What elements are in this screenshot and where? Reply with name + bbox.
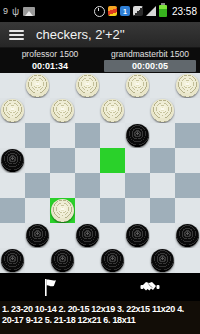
- black-piece[interactable]: [126, 124, 149, 147]
- board-cell[interactable]: [0, 123, 25, 148]
- board-cell[interactable]: [0, 173, 25, 198]
- board-cell[interactable]: [25, 223, 50, 248]
- white-piece[interactable]: [1, 99, 24, 122]
- status-bar: 9 ψ 1 23:58: [0, 0, 200, 22]
- board-cell[interactable]: [50, 223, 75, 248]
- title-bar: checkers, 2'+2'': [0, 22, 200, 48]
- black-piece[interactable]: [176, 224, 199, 247]
- board-cell[interactable]: [100, 73, 125, 98]
- board-cell[interactable]: [75, 198, 100, 223]
- board-cell[interactable]: [75, 98, 100, 123]
- white-piece[interactable]: [26, 74, 49, 97]
- status-left-icons: 9 ψ: [3, 6, 90, 17]
- board-cell[interactable]: [75, 148, 100, 173]
- board-cell[interactable]: [175, 148, 200, 173]
- board-cell[interactable]: [50, 98, 75, 123]
- players-bar: professor 1500 00:01:34 grandmasterbit 1…: [0, 48, 200, 73]
- board-cell[interactable]: [25, 98, 50, 123]
- player-left: professor 1500 00:01:34: [0, 48, 100, 73]
- board-cell[interactable]: [125, 98, 150, 123]
- board-cell[interactable]: [50, 248, 75, 273]
- board-cell[interactable]: [175, 73, 200, 98]
- white-piece[interactable]: [101, 99, 124, 122]
- move-list: 1. 23-20 10-14 2. 20-15 12x19 3. 22x15 1…: [0, 301, 200, 334]
- board-cell[interactable]: [25, 248, 50, 273]
- resign-flag-button[interactable]: [0, 273, 100, 301]
- hamburger-menu-icon[interactable]: [0, 22, 30, 47]
- board-cell[interactable]: [25, 198, 50, 223]
- flag-icon: [41, 277, 59, 297]
- board-cell[interactable]: [75, 223, 100, 248]
- bottom-toolbar: [0, 273, 200, 301]
- board-cell[interactable]: [25, 73, 50, 98]
- notification-icon: [108, 6, 117, 16]
- alarm-icon: [94, 6, 105, 17]
- black-piece[interactable]: [76, 224, 99, 247]
- checkers-board: [0, 73, 200, 273]
- usb-icon: ψ: [12, 6, 19, 17]
- signal-icon: [146, 6, 156, 16]
- board-cell[interactable]: [100, 223, 125, 248]
- board-cell[interactable]: [125, 173, 150, 198]
- board-cell[interactable]: [50, 123, 75, 148]
- screenshot-icon: [133, 6, 143, 16]
- board-cell[interactable]: [25, 148, 50, 173]
- battery-icon: [159, 5, 167, 17]
- white-piece[interactable]: [51, 99, 74, 122]
- player-left-name: professor 1500: [22, 49, 79, 60]
- board-cell[interactable]: [75, 173, 100, 198]
- board-cell[interactable]: [125, 148, 150, 173]
- move-line-1: 1. 23-20 10-14 2. 20-15 12x19 3. 22x15 1…: [2, 304, 198, 315]
- player-right-name: grandmasterbit 1500: [111, 49, 189, 60]
- board-cell[interactable]: [0, 98, 25, 123]
- photo-icon: [23, 7, 35, 16]
- download-badge-icon: 1: [120, 6, 130, 16]
- board-cell[interactable]: [100, 173, 125, 198]
- board-cell[interactable]: [175, 173, 200, 198]
- player-left-timer: 00:01:34: [4, 60, 96, 72]
- board-cell[interactable]: [50, 173, 75, 198]
- board-cell[interactable]: [25, 123, 50, 148]
- board-cell[interactable]: [25, 173, 50, 198]
- board-cell[interactable]: [150, 173, 175, 198]
- black-piece[interactable]: [101, 249, 124, 272]
- board-cell[interactable]: [100, 148, 125, 173]
- player-right: grandmasterbit 1500 00:00:05: [100, 48, 200, 73]
- clock-text: 23:58: [172, 6, 197, 17]
- black-piece[interactable]: [26, 224, 49, 247]
- board-cell[interactable]: [100, 248, 125, 273]
- board-cell[interactable]: [125, 223, 150, 248]
- offer-draw-button[interactable]: [100, 273, 200, 301]
- board-cell[interactable]: [175, 123, 200, 148]
- status-right-icons: 1 23:58: [94, 5, 197, 17]
- player-right-timer: 00:00:05: [104, 60, 196, 72]
- board-cell[interactable]: [125, 248, 150, 273]
- board-cell[interactable]: [75, 123, 100, 148]
- board-cell[interactable]: [150, 198, 175, 223]
- board-cell[interactable]: [150, 123, 175, 148]
- board-cell[interactable]: [75, 248, 100, 273]
- board-cell[interactable]: [150, 248, 175, 273]
- white-piece[interactable]: [151, 99, 174, 122]
- board-cell[interactable]: [175, 198, 200, 223]
- board-cell[interactable]: [0, 198, 25, 223]
- board-cell[interactable]: [125, 198, 150, 223]
- board-cell[interactable]: [175, 248, 200, 273]
- white-piece[interactable]: [51, 199, 74, 222]
- board-cell[interactable]: [0, 248, 25, 273]
- white-piece[interactable]: [176, 74, 199, 97]
- board-cell[interactable]: [75, 73, 100, 98]
- board-cell[interactable]: [125, 123, 150, 148]
- white-piece[interactable]: [76, 74, 99, 97]
- black-piece[interactable]: [151, 249, 174, 272]
- board-cell[interactable]: [50, 198, 75, 223]
- board-cell[interactable]: [150, 223, 175, 248]
- board-cell[interactable]: [0, 223, 25, 248]
- notification-count: 9: [3, 6, 8, 16]
- board-cell[interactable]: [50, 148, 75, 173]
- board-cell[interactable]: [0, 148, 25, 173]
- board-cell[interactable]: [125, 73, 150, 98]
- black-piece[interactable]: [126, 224, 149, 247]
- checkers-app: 9 ψ 1 23:58 checkers, 2'+2'' professor 1…: [0, 0, 200, 334]
- board-cell[interactable]: [175, 223, 200, 248]
- board-cell[interactable]: [50, 73, 75, 98]
- board-cell[interactable]: [175, 98, 200, 123]
- board-cell[interactable]: [150, 148, 175, 173]
- board-cell[interactable]: [0, 73, 25, 98]
- move-line-2: 20-17 9-12 5. 21-18 12x21 6. 18x11: [2, 315, 198, 326]
- board-cell[interactable]: [150, 98, 175, 123]
- board-cell[interactable]: [100, 98, 125, 123]
- black-piece[interactable]: [51, 249, 74, 272]
- board-cell[interactable]: [150, 73, 175, 98]
- white-piece[interactable]: [126, 74, 149, 97]
- page-title: checkers, 2'+2'': [36, 27, 125, 42]
- black-piece[interactable]: [1, 149, 24, 172]
- board-cell[interactable]: [100, 123, 125, 148]
- black-piece[interactable]: [1, 249, 24, 272]
- handshake-icon: [140, 278, 160, 296]
- board-cell[interactable]: [100, 198, 125, 223]
